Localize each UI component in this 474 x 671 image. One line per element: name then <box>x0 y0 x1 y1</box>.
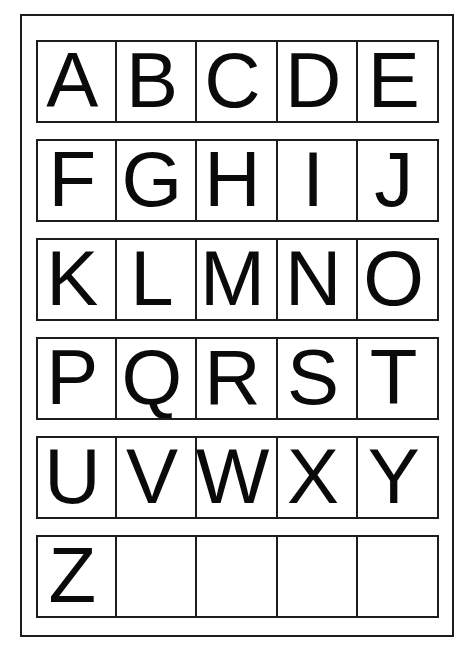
cell-empty <box>278 535 359 618</box>
letter-glyph: Q <box>122 338 183 416</box>
letter-glyph: R <box>204 338 260 416</box>
cell-v: V <box>117 436 198 519</box>
letter-glyph: X <box>287 437 339 515</box>
letter-glyph: H <box>204 140 260 218</box>
cell-q: Q <box>117 337 198 420</box>
cell-a: A <box>36 40 117 123</box>
letter-glyph: F <box>48 140 96 218</box>
cell-k: K <box>36 238 117 321</box>
cell-c: C <box>197 40 278 123</box>
cell-z: Z <box>36 535 117 618</box>
letter-glyph: T <box>370 338 418 416</box>
cell-o: O <box>358 238 439 321</box>
cell-empty <box>117 535 198 618</box>
letter-glyph: K <box>46 239 98 317</box>
letter-glyph: A <box>46 41 98 119</box>
cell-e: E <box>358 40 439 123</box>
cell-m: M <box>197 238 278 321</box>
cell-p: P <box>36 337 117 420</box>
cell-j: J <box>358 139 439 222</box>
letter-glyph: P <box>46 338 98 416</box>
letter-glyph: W <box>197 437 269 515</box>
letter-glyph: V <box>126 437 178 515</box>
cell-y: Y <box>358 436 439 519</box>
letter-glyph: S <box>287 338 339 416</box>
cell-i: I <box>278 139 359 222</box>
alphabet-grid: ABCDEFGHIJKLMNOPQRSTUVWXYZ <box>36 40 439 618</box>
letter-glyph: Z <box>48 536 96 614</box>
letter-glyph: D <box>285 41 341 119</box>
cell-n: N <box>278 238 359 321</box>
cell-x: X <box>278 436 359 519</box>
letter-glyph: E <box>368 41 420 119</box>
letter-glyph: M <box>200 239 265 317</box>
cell-b: B <box>117 40 198 123</box>
cell-s: S <box>278 337 359 420</box>
letter-glyph: L <box>130 239 173 317</box>
grid-row: UVWXY <box>36 436 439 519</box>
cell-h: H <box>197 139 278 222</box>
letter-glyph: G <box>122 140 183 218</box>
letter-glyph: J <box>374 140 413 218</box>
cell-l: L <box>117 238 198 321</box>
cell-r: R <box>197 337 278 420</box>
letter-glyph: O <box>363 239 424 317</box>
cell-d: D <box>278 40 359 123</box>
letter-glyph: I <box>302 140 324 218</box>
cell-t: T <box>358 337 439 420</box>
grid-row: FGHIJ <box>36 139 439 222</box>
grid-row: KLMNO <box>36 238 439 321</box>
cell-g: G <box>117 139 198 222</box>
cell-empty <box>197 535 278 618</box>
cell-f: F <box>36 139 117 222</box>
cell-u: U <box>36 436 117 519</box>
letter-glyph: B <box>126 41 178 119</box>
cell-empty <box>358 535 439 618</box>
grid-row: PQRST <box>36 337 439 420</box>
cell-w: W <box>197 436 278 519</box>
letter-glyph: U <box>44 437 100 515</box>
letter-glyph: C <box>204 41 260 119</box>
letter-glyph: Y <box>368 437 420 515</box>
letter-glyph: N <box>285 239 341 317</box>
grid-row: ABCDE <box>36 40 439 123</box>
worksheet-canvas: ABCDEFGHIJKLMNOPQRSTUVWXYZ <box>0 0 474 671</box>
grid-row: Z <box>36 535 439 618</box>
